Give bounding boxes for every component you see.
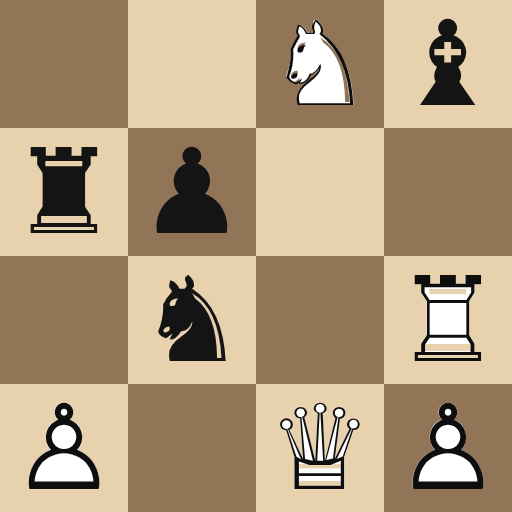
chess-board: ♞♘♝♜♟♞♜♖♟♙♛♕♟♙ bbox=[0, 0, 512, 512]
black-bishop-piece[interactable]: ♝ bbox=[384, 0, 512, 128]
white-pawn-outline-icon: ♙ bbox=[0, 384, 128, 512]
white-queen-outline-icon: ♕ bbox=[256, 384, 384, 512]
white-pawn-outline-icon: ♙ bbox=[384, 384, 512, 512]
square-r2c1-light[interactable]: ♞ bbox=[128, 256, 256, 384]
square-r0c1-light[interactable] bbox=[128, 0, 256, 128]
square-r1c0-light[interactable]: ♜ bbox=[0, 128, 128, 256]
black-knight-piece[interactable]: ♞ bbox=[128, 256, 256, 384]
white-rook-outline-icon: ♖ bbox=[384, 256, 512, 384]
square-r2c0-dark[interactable] bbox=[0, 256, 128, 384]
black-rook-piece[interactable]: ♜ bbox=[0, 128, 128, 256]
white-knight-outline-icon: ♘ bbox=[256, 0, 384, 128]
square-r0c0-dark[interactable] bbox=[0, 0, 128, 128]
square-r3c1-dark[interactable] bbox=[128, 384, 256, 512]
square-r1c3-dark[interactable] bbox=[384, 128, 512, 256]
square-r3c0-light[interactable]: ♟♙ bbox=[0, 384, 128, 512]
square-r3c3-dark[interactable]: ♟♙ bbox=[384, 384, 512, 512]
square-r3c2-light[interactable]: ♛♕ bbox=[256, 384, 384, 512]
square-r0c2-dark[interactable]: ♞♘ bbox=[256, 0, 384, 128]
square-r2c3-light[interactable]: ♜♖ bbox=[384, 256, 512, 384]
square-r1c1-dark[interactable]: ♟ bbox=[128, 128, 256, 256]
black-pawn-piece[interactable]: ♟ bbox=[128, 128, 256, 256]
square-r1c2-light[interactable] bbox=[256, 128, 384, 256]
square-r0c3-light[interactable]: ♝ bbox=[384, 0, 512, 128]
square-r2c2-dark[interactable] bbox=[256, 256, 384, 384]
